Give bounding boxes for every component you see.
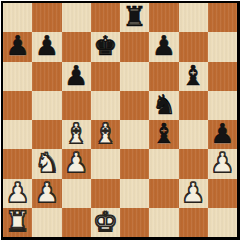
square-h7[interactable]	[208, 32, 237, 61]
square-a3[interactable]	[3, 149, 32, 178]
square-d2[interactable]	[91, 179, 120, 208]
square-f1[interactable]	[149, 208, 178, 237]
square-h4[interactable]: ♟	[208, 120, 237, 149]
square-g2[interactable]: ♟	[179, 179, 208, 208]
square-f3[interactable]	[149, 149, 178, 178]
square-d1[interactable]: ♚	[91, 208, 120, 237]
square-g3[interactable]	[179, 149, 208, 178]
square-a5[interactable]	[3, 91, 32, 120]
square-b7[interactable]: ♟	[32, 32, 61, 61]
square-d8[interactable]	[91, 3, 120, 32]
square-b8[interactable]	[32, 3, 61, 32]
square-c3[interactable]: ♟	[62, 149, 91, 178]
white-pawn-piece: ♟	[210, 149, 234, 176]
square-d3[interactable]	[91, 149, 120, 178]
square-e4[interactable]	[120, 120, 149, 149]
square-b3[interactable]: ♞	[32, 149, 61, 178]
square-b4[interactable]	[32, 120, 61, 149]
black-pawn-piece: ♟	[6, 32, 30, 59]
square-c1[interactable]	[62, 208, 91, 237]
square-g7[interactable]	[179, 32, 208, 61]
square-f2[interactable]	[149, 179, 178, 208]
black-pawn-piece: ♟	[35, 32, 59, 59]
black-knight-piece: ♞	[152, 91, 176, 118]
square-h8[interactable]	[208, 3, 237, 32]
square-d4[interactable]: ♝	[91, 120, 120, 149]
square-c7[interactable]	[62, 32, 91, 61]
square-c2[interactable]	[62, 179, 91, 208]
square-a8[interactable]	[3, 3, 32, 32]
white-pawn-piece: ♟	[6, 179, 30, 206]
white-bishop-piece: ♝	[64, 120, 88, 147]
square-b2[interactable]: ♟	[32, 179, 61, 208]
square-d7[interactable]: ♚	[91, 32, 120, 61]
square-b6[interactable]	[32, 62, 61, 91]
square-e7[interactable]	[120, 32, 149, 61]
black-pawn-piece: ♟	[210, 120, 234, 147]
square-d5[interactable]	[91, 91, 120, 120]
square-e5[interactable]	[120, 91, 149, 120]
square-g6[interactable]: ♝	[179, 62, 208, 91]
square-e8[interactable]: ♜	[120, 3, 149, 32]
chess-board: ♜♟♟♚♟♟♝♞♝♝♝♟♞♟♟♟♟♟♜♚	[3, 3, 237, 237]
black-bishop-piece: ♝	[152, 120, 176, 147]
square-b1[interactable]	[32, 208, 61, 237]
square-a4[interactable]	[3, 120, 32, 149]
white-pawn-piece: ♟	[64, 149, 88, 176]
square-g8[interactable]	[179, 3, 208, 32]
black-king-piece: ♚	[93, 32, 117, 59]
square-e3[interactable]	[120, 149, 149, 178]
square-b5[interactable]	[32, 91, 61, 120]
square-e2[interactable]	[120, 179, 149, 208]
square-e6[interactable]	[120, 62, 149, 91]
square-a7[interactable]: ♟	[3, 32, 32, 61]
square-c8[interactable]	[62, 3, 91, 32]
square-c4[interactable]: ♝	[62, 120, 91, 149]
square-h1[interactable]	[208, 208, 237, 237]
white-bishop-piece: ♝	[93, 120, 117, 147]
square-a2[interactable]: ♟	[3, 179, 32, 208]
square-g1[interactable]	[179, 208, 208, 237]
square-h6[interactable]	[208, 62, 237, 91]
white-pawn-piece: ♟	[181, 179, 205, 206]
square-h5[interactable]	[208, 91, 237, 120]
square-f8[interactable]	[149, 3, 178, 32]
chess-board-frame: ♜♟♟♚♟♟♝♞♝♝♝♟♞♟♟♟♟♟♜♚	[0, 0, 240, 240]
black-pawn-piece: ♟	[152, 32, 176, 59]
white-pawn-piece: ♟	[35, 179, 59, 206]
square-g5[interactable]	[179, 91, 208, 120]
square-a6[interactable]	[3, 62, 32, 91]
square-a1[interactable]: ♜	[3, 208, 32, 237]
square-c6[interactable]: ♟	[62, 62, 91, 91]
square-f5[interactable]: ♞	[149, 91, 178, 120]
square-f7[interactable]: ♟	[149, 32, 178, 61]
square-e1[interactable]	[120, 208, 149, 237]
square-h2[interactable]	[208, 179, 237, 208]
square-h3[interactable]: ♟	[208, 149, 237, 178]
square-d6[interactable]	[91, 62, 120, 91]
square-f4[interactable]: ♝	[149, 120, 178, 149]
black-rook-piece: ♜	[123, 3, 147, 30]
white-rook-piece: ♜	[6, 208, 30, 235]
black-pawn-piece: ♟	[64, 62, 88, 89]
square-f6[interactable]	[149, 62, 178, 91]
white-knight-piece: ♞	[35, 149, 59, 176]
black-bishop-piece: ♝	[181, 62, 205, 89]
square-c5[interactable]	[62, 91, 91, 120]
white-king-piece: ♚	[93, 208, 117, 235]
square-g4[interactable]	[179, 120, 208, 149]
